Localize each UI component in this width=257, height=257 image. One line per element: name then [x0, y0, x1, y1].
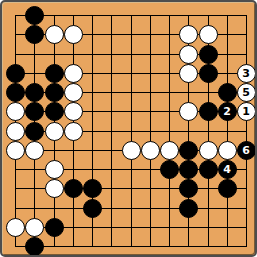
- black-stone: [83, 179, 102, 198]
- white-stone: [199, 25, 218, 44]
- black-stone: [199, 102, 218, 121]
- white-stone: [218, 141, 237, 160]
- white-stone: [160, 141, 179, 160]
- black-stone: [218, 179, 237, 198]
- move-number-label: 1: [242, 106, 250, 117]
- white-stone: [179, 64, 198, 83]
- black-stone: [45, 102, 64, 121]
- move-number-label: 2: [223, 106, 231, 117]
- black-stone: [179, 160, 198, 179]
- white-stone: [45, 25, 64, 44]
- grid-hline: [15, 208, 247, 209]
- black-stone: [160, 160, 179, 179]
- move-number-label: 6: [242, 145, 250, 156]
- move-number-label: 4: [223, 164, 231, 175]
- black-stone: [45, 218, 64, 237]
- move-number-label: 5: [242, 87, 250, 98]
- white-stone: [64, 102, 83, 121]
- black-stone: [25, 83, 44, 102]
- white-stone: [45, 122, 64, 141]
- numbered-stone-5: 5: [237, 83, 256, 102]
- white-stone: [179, 45, 198, 64]
- grid-vline: [169, 15, 170, 247]
- numbered-stone-6: 6: [237, 141, 256, 160]
- numbered-stone-2: 2: [218, 102, 237, 121]
- black-stone: [199, 160, 218, 179]
- white-stone: [122, 141, 141, 160]
- black-stone: [25, 122, 44, 141]
- go-diagram: 352164: [0, 0, 257, 257]
- black-stone: [6, 64, 25, 83]
- black-stone: [179, 179, 198, 198]
- white-stone: [6, 218, 25, 237]
- black-stone: [25, 25, 44, 44]
- grid-vline: [150, 15, 151, 247]
- white-stone: [141, 141, 160, 160]
- black-stone: [6, 83, 25, 102]
- black-stone: [179, 199, 198, 218]
- grid-vline: [131, 15, 132, 247]
- black-stone: [199, 45, 218, 64]
- white-stone: [45, 160, 64, 179]
- move-number-label: 3: [242, 68, 250, 79]
- white-stone: [64, 83, 83, 102]
- grid-hline: [15, 246, 247, 247]
- grid-vline: [246, 15, 247, 247]
- white-stone: [64, 64, 83, 83]
- black-stone: [64, 179, 83, 198]
- black-stone: [25, 237, 44, 256]
- black-stone: [25, 102, 44, 121]
- white-stone: [25, 141, 44, 160]
- black-stone: [218, 83, 237, 102]
- white-stone: [45, 179, 64, 198]
- white-stone: [6, 122, 25, 141]
- white-stone: [199, 141, 218, 160]
- numbered-stone-3: 3: [237, 64, 256, 83]
- grid-vline: [227, 15, 228, 247]
- white-stone: [64, 25, 83, 44]
- black-stone: [25, 6, 44, 25]
- go-board[interactable]: 352164: [0, 0, 257, 257]
- white-stone: [179, 25, 198, 44]
- black-stone: [179, 141, 198, 160]
- black-stone: [45, 64, 64, 83]
- white-stone: [6, 141, 25, 160]
- white-stone: [179, 102, 198, 121]
- white-stone: [25, 218, 44, 237]
- black-stone: [83, 199, 102, 218]
- numbered-stone-1: 1: [237, 102, 256, 121]
- white-stone: [6, 102, 25, 121]
- numbered-stone-4: 4: [218, 160, 237, 179]
- white-stone: [64, 122, 83, 141]
- black-stone: [199, 64, 218, 83]
- black-stone: [45, 83, 64, 102]
